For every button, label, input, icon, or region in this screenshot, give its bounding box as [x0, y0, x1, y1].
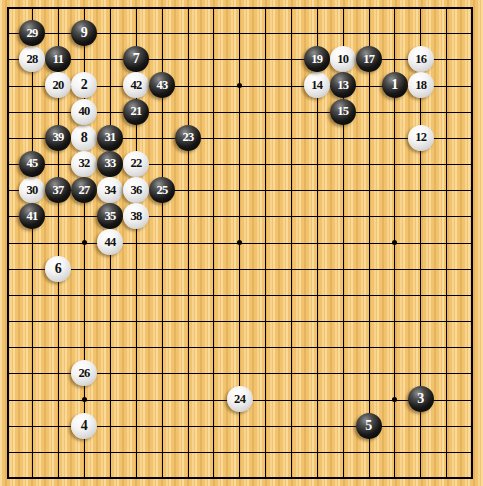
star-point	[392, 240, 397, 245]
stone-white-14: 14	[304, 72, 330, 98]
stone-black-45: 45	[19, 151, 45, 177]
stone-white-16: 16	[408, 46, 434, 72]
star-point	[82, 397, 87, 402]
stone-black-13: 13	[330, 72, 356, 98]
star-point	[237, 83, 242, 88]
stone-black-5: 5	[356, 413, 382, 439]
stone-white-6: 6	[45, 256, 71, 282]
stone-white-10: 10	[330, 46, 356, 72]
stone-white-2: 2	[71, 72, 97, 98]
stone-black-35: 35	[97, 203, 123, 229]
go-board[interactable]: 1234567891011121314151617181920212223242…	[0, 0, 483, 486]
stone-white-24: 24	[227, 386, 253, 412]
stone-white-18: 18	[408, 72, 434, 98]
stone-black-1: 1	[382, 72, 408, 98]
stone-black-31: 31	[97, 125, 123, 151]
stone-black-37: 37	[45, 177, 71, 203]
stone-black-9: 9	[71, 20, 97, 46]
stone-black-3: 3	[408, 386, 434, 412]
stone-white-42: 42	[123, 72, 149, 98]
stone-black-43: 43	[149, 72, 175, 98]
stone-white-36: 36	[123, 177, 149, 203]
stone-white-40: 40	[71, 99, 97, 125]
stone-black-25: 25	[149, 177, 175, 203]
stone-black-19: 19	[304, 46, 330, 72]
stone-black-15: 15	[330, 99, 356, 125]
stone-white-8: 8	[71, 125, 97, 151]
stone-white-12: 12	[408, 125, 434, 151]
stone-white-34: 34	[97, 177, 123, 203]
board-grid: 1234567891011121314151617181920212223242…	[0, 0, 483, 486]
stone-black-33: 33	[97, 151, 123, 177]
stone-white-28: 28	[19, 46, 45, 72]
stone-black-11: 11	[45, 46, 71, 72]
star-point	[392, 397, 397, 402]
stone-white-22: 22	[123, 151, 149, 177]
stone-white-20: 20	[45, 72, 71, 98]
stone-black-39: 39	[45, 125, 71, 151]
stone-white-26: 26	[71, 360, 97, 386]
stone-black-17: 17	[356, 46, 382, 72]
stone-black-21: 21	[123, 99, 149, 125]
stone-white-44: 44	[97, 229, 123, 255]
stone-white-4: 4	[71, 413, 97, 439]
stone-white-38: 38	[123, 203, 149, 229]
star-point	[237, 240, 242, 245]
stone-black-41: 41	[19, 203, 45, 229]
stone-black-7: 7	[123, 46, 149, 72]
stone-black-27: 27	[71, 177, 97, 203]
star-point	[82, 240, 87, 245]
stone-white-32: 32	[71, 151, 97, 177]
stone-black-23: 23	[175, 125, 201, 151]
stone-white-30: 30	[19, 177, 45, 203]
stone-black-29: 29	[19, 20, 45, 46]
